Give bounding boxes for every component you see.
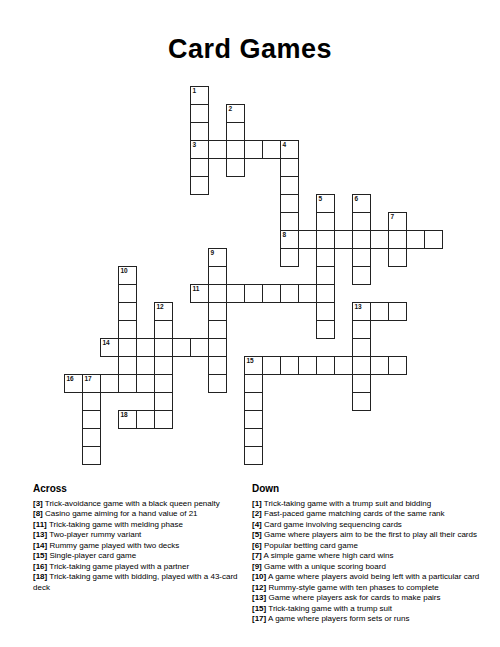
down-clue-number-10: [10] [252, 572, 266, 581]
cell-r17c10[interactable] [244, 392, 263, 411]
cell-r13c8[interactable] [208, 320, 227, 339]
cell-r14c3[interactable] [118, 338, 137, 357]
cell-r14c7[interactable] [190, 338, 209, 357]
page-title: Card Games [0, 34, 500, 65]
clue-number-13: 13 [355, 303, 362, 310]
cell-r10c3[interactable]: 10 [118, 266, 137, 285]
cell-r11c10[interactable] [244, 284, 263, 303]
cell-r2c7[interactable] [190, 122, 209, 141]
cell-r14c6[interactable] [172, 338, 191, 357]
down-clue-number-4: [4] [252, 520, 262, 529]
down-clue-list: [1] Trick-taking game with a trump suit … [252, 499, 482, 625]
crossword-page: Card Games 123456789101112131415161718 A… [0, 0, 500, 647]
clue-number-18: 18 [121, 411, 128, 418]
cell-r3c10[interactable] [244, 140, 263, 159]
cell-r15c15[interactable] [334, 356, 353, 375]
cell-r17c16[interactable] [352, 392, 371, 411]
cell-r3c7[interactable]: 3 [190, 140, 209, 159]
cell-r8c16[interactable] [352, 230, 371, 249]
cell-r15c5[interactable] [154, 356, 173, 375]
cell-r15c13[interactable] [298, 356, 317, 375]
down-clue-number-2: [2] [252, 509, 262, 518]
cell-r8c20[interactable] [424, 230, 443, 249]
across-clue-3: [3] Trick-avoidance game with a black qu… [33, 499, 246, 510]
cell-r8c13[interactable] [298, 230, 317, 249]
cell-r15c10[interactable]: 15 [244, 356, 263, 375]
cell-r5c7[interactable] [190, 176, 209, 195]
clue-number-12: 12 [157, 303, 164, 310]
across-clue-15: [15] Single-player card game [33, 551, 246, 562]
cell-r8c17[interactable] [370, 230, 389, 249]
cell-r0c7[interactable]: 1 [190, 86, 209, 105]
across-header: Across [33, 484, 246, 495]
cell-r12c16[interactable]: 13 [352, 302, 371, 321]
cell-r8c19[interactable] [406, 230, 425, 249]
down-clue-4: [4] Card game involving sequencing cards [252, 520, 482, 531]
cell-r12c5[interactable]: 12 [154, 302, 173, 321]
down-clue-5: [5] Game where players aim to be the fir… [252, 530, 482, 541]
cell-r16c16[interactable] [352, 374, 371, 393]
down-clue-number-13: [13] [252, 593, 266, 602]
cell-r15c12[interactable] [280, 356, 299, 375]
clue-number-8: 8 [283, 231, 287, 238]
cell-r12c8[interactable] [208, 302, 227, 321]
down-header: Down [252, 484, 482, 495]
cell-r8c12[interactable]: 8 [280, 230, 299, 249]
cell-r11c12[interactable] [280, 284, 299, 303]
cell-r6c16[interactable]: 6 [352, 194, 371, 213]
clue-number-10: 10 [121, 267, 128, 274]
cell-r20c10[interactable] [244, 446, 263, 465]
cell-r16c4[interactable] [136, 374, 155, 393]
cell-r1c7[interactable] [190, 104, 209, 123]
clue-number-2: 2 [229, 105, 233, 112]
cell-r12c18[interactable] [388, 302, 407, 321]
cell-r15c18[interactable] [388, 356, 407, 375]
cell-r4c7[interactable] [190, 158, 209, 177]
across-clue-number-18: [18] [33, 572, 47, 581]
cell-r7c18[interactable]: 7 [388, 212, 407, 231]
cell-r13c3[interactable] [118, 320, 137, 339]
cell-r11c13[interactable] [298, 284, 317, 303]
cell-r17c5[interactable] [154, 392, 173, 411]
clue-number-7: 7 [391, 213, 395, 220]
cell-r3c12[interactable]: 4 [280, 140, 299, 159]
clue-number-5: 5 [319, 195, 323, 202]
cell-r13c16[interactable] [352, 320, 371, 339]
across-clue-11: [11] Trick-taking game with melding phas… [33, 520, 246, 531]
cell-r11c11[interactable] [262, 284, 281, 303]
down-clue-1: [1] Trick-taking game with a trump suit … [252, 499, 482, 510]
cell-r3c11[interactable] [262, 140, 281, 159]
cell-r11c14[interactable] [316, 284, 335, 303]
down-clue-17: [17] A game where players form sets or r… [252, 614, 482, 625]
cell-r16c8[interactable] [208, 374, 227, 393]
across-clue-number-8: [8] [33, 509, 43, 518]
cell-r11c8[interactable] [208, 284, 227, 303]
down-clue-number-9: [9] [252, 562, 262, 571]
down-clue-6: [6] Popular betting card game [252, 541, 482, 552]
cell-r16c2[interactable] [100, 374, 119, 393]
cell-r15c11[interactable] [262, 356, 281, 375]
clue-number-16: 16 [67, 375, 74, 382]
cell-r12c17[interactable] [370, 302, 389, 321]
cell-r18c5[interactable] [154, 410, 173, 429]
cell-r4c12[interactable] [280, 158, 299, 177]
cell-r16c0[interactable]: 16 [64, 374, 83, 393]
cell-r14c5[interactable] [154, 338, 173, 357]
down-clue-number-17: [17] [252, 614, 266, 623]
cell-r3c9[interactable] [226, 140, 245, 159]
cell-r18c10[interactable] [244, 410, 263, 429]
across-clue-number-15: [15] [33, 551, 47, 560]
cell-r9c16[interactable] [352, 248, 371, 267]
down-clue-number-15: [15] [252, 604, 266, 613]
cell-r15c16[interactable] [352, 356, 371, 375]
cell-r8c14[interactable] [316, 230, 335, 249]
clue-number-3: 3 [193, 141, 197, 148]
cell-r17c1[interactable] [82, 392, 101, 411]
cell-r18c1[interactable] [82, 410, 101, 429]
cell-r2c9[interactable] [226, 122, 245, 141]
cell-r16c1[interactable]: 17 [82, 374, 101, 393]
down-clue-9: [9] Game with a unique scoring board [252, 562, 482, 573]
cell-r11c7[interactable]: 11 [190, 284, 209, 303]
cell-r18c4[interactable] [136, 410, 155, 429]
cell-r9c14[interactable] [316, 248, 335, 267]
down-clue-7: [7] A simple game where high card wins [252, 551, 482, 562]
cell-r20c1[interactable] [82, 446, 101, 465]
across-clue-number-11: [11] [33, 520, 47, 529]
cell-r14c2[interactable]: 14 [100, 338, 119, 357]
cell-r3c8[interactable] [208, 140, 227, 159]
cell-r5c12[interactable] [280, 176, 299, 195]
clue-number-9: 9 [211, 249, 215, 256]
across-clue-number-16: [16] [33, 562, 47, 571]
cell-r13c5[interactable] [154, 320, 173, 339]
cell-r7c12[interactable] [280, 212, 299, 231]
cell-r19c10[interactable] [244, 428, 263, 447]
cell-r9c8[interactable]: 9 [208, 248, 227, 267]
cell-r14c8[interactable] [208, 338, 227, 357]
across-clue-8: [8] Casino game aiming for a hand value … [33, 509, 246, 520]
down-clue-number-7: [7] [252, 551, 262, 560]
cell-r15c17[interactable] [370, 356, 389, 375]
down-clue-number-5: [5] [252, 530, 262, 539]
across-clue-list: [3] Trick-avoidance game with a black qu… [33, 499, 246, 594]
cell-r12c14[interactable] [316, 302, 335, 321]
cell-r15c14[interactable] [316, 356, 335, 375]
across-clue-number-3: [3] [33, 499, 43, 508]
crossword-grid[interactable]: 123456789101112131415161718 [64, 86, 444, 466]
cell-r12c3[interactable] [118, 302, 137, 321]
cell-r11c9[interactable] [226, 284, 245, 303]
cell-r7c14[interactable] [316, 212, 335, 231]
cell-r16c10[interactable] [244, 374, 263, 393]
cell-r4c9[interactable] [226, 158, 245, 177]
clue-number-17: 17 [85, 375, 92, 382]
cell-r18c3[interactable]: 18 [118, 410, 137, 429]
cell-r10c8[interactable] [208, 266, 227, 285]
cell-r15c8[interactable] [208, 356, 227, 375]
cell-r8c15[interactable] [334, 230, 353, 249]
down-clue-number-1: [1] [252, 499, 262, 508]
cell-r7c16[interactable] [352, 212, 371, 231]
cell-r15c3[interactable] [118, 356, 137, 375]
down-clue-15: [15] Trick-taking game with a trump suit [252, 604, 482, 615]
cell-r16c3[interactable] [118, 374, 137, 393]
cell-r13c14[interactable] [316, 320, 335, 339]
cell-r19c1[interactable] [82, 428, 101, 447]
cell-r8c18[interactable] [388, 230, 407, 249]
cell-r16c5[interactable] [154, 374, 173, 393]
across-clue-18: [18] Trick-taking game with bidding, pla… [33, 572, 246, 593]
cell-r11c3[interactable] [118, 284, 137, 303]
clue-number-6: 6 [355, 195, 359, 202]
down-clues-section: Down [1] Trick-taking game with a trump … [252, 484, 482, 625]
across-clue-number-13: [13] [33, 530, 47, 539]
down-clue-2: [2] Fast-paced game matching cards of th… [252, 509, 482, 520]
down-clue-13: [13] Game where players ask for cards to… [252, 593, 482, 604]
cell-r9c12[interactable] [280, 248, 299, 267]
clue-number-11: 11 [193, 285, 200, 292]
across-clue-14: [14] Rummy game played with two decks [33, 541, 246, 552]
cell-r9c18[interactable] [388, 248, 407, 267]
down-clue-number-12: [12] [252, 583, 266, 592]
cell-r1c9[interactable]: 2 [226, 104, 245, 123]
cell-r6c12[interactable] [280, 194, 299, 213]
cell-r14c16[interactable] [352, 338, 371, 357]
across-clue-16: [16] Trick-taking game played with a par… [33, 562, 246, 573]
across-clues-section: Across [3] Trick-avoidance game with a b… [33, 484, 246, 593]
down-clue-10: [10] A game where players avoid being le… [252, 572, 482, 583]
down-clue-12: [12] Rummy-style game with ten phases to… [252, 583, 482, 594]
cell-r6c14[interactable]: 5 [316, 194, 335, 213]
cell-r14c4[interactable] [136, 338, 155, 357]
across-clue-number-14: [14] [33, 541, 47, 550]
clue-number-4: 4 [283, 141, 287, 148]
clue-number-15: 15 [247, 357, 254, 364]
clue-number-1: 1 [193, 87, 197, 94]
cell-r10c16[interactable] [352, 266, 371, 285]
down-clue-number-6: [6] [252, 541, 262, 550]
cell-r15c4[interactable] [136, 356, 155, 375]
clue-number-14: 14 [103, 339, 110, 346]
cell-r10c14[interactable] [316, 266, 335, 285]
across-clue-13: [13] Two-player rummy variant [33, 530, 246, 541]
